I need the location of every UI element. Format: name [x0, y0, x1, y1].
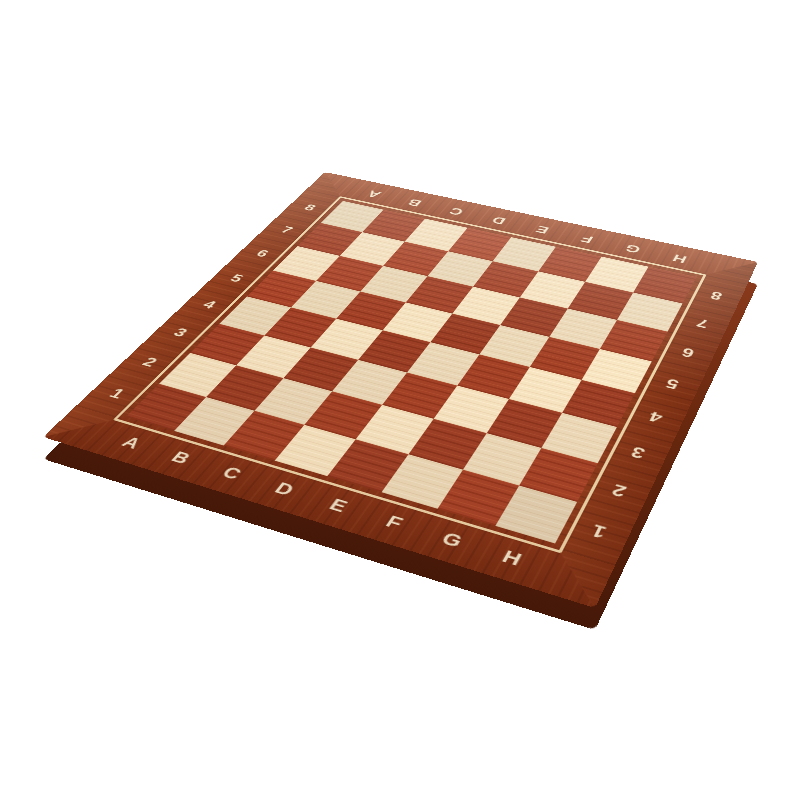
chessboard: AABBCCDDEEFFGGHH8877665544332211: [43, 172, 758, 608]
product-photo-scene: AABBCCDDEEFFGGHH8877665544332211: [0, 0, 800, 800]
